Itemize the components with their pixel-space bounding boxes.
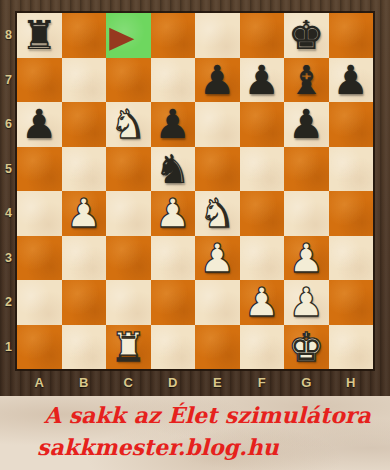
square-b4: ♟ [62,191,107,236]
caption-area: A sakk az Élet szimulátora sakkmester.bl… [0,396,390,470]
square-h4 [329,191,374,236]
square-g6: ♟ [284,102,329,147]
square-c6: ♞ [106,102,151,147]
piece-black-knight-d5: ♞ [155,147,191,191]
square-e2 [195,280,240,325]
file-label-C: C [106,369,151,396]
caption-slogan: A sakk az Élet szimulátora [44,402,390,428]
square-f4 [240,191,285,236]
square-a1 [17,325,62,370]
square-a7 [17,58,62,103]
square-e3: ♟ [195,236,240,281]
square-g2: ♟ [284,280,329,325]
square-b6 [62,102,107,147]
square-d7 [151,58,196,103]
square-e6 [195,102,240,147]
square-h8 [329,13,374,58]
square-f3 [240,236,285,281]
square-f2: ♟ [240,280,285,325]
square-d5: ♞ [151,147,196,192]
square-a4 [17,191,62,236]
square-f1 [240,325,285,370]
rank-label-3: 3 [0,236,17,281]
piece-black-pawn-g6: ♟ [288,102,324,146]
piece-white-knight-e4: ♞ [199,191,235,235]
chess-diagram: ♜♚♟♟♝♟♟♞♟♟♞♟♟♞♟♟♟♟♜♚ 87654321 ABCDEFGH A… [0,0,390,470]
piece-white-pawn-d4: ♟ [155,191,191,235]
square-b3 [62,236,107,281]
square-b1 [62,325,107,370]
square-a8: ♜ [17,13,62,58]
piece-black-bishop-g7: ♝ [288,58,324,102]
square-b7 [62,58,107,103]
file-label-A: A [17,369,62,396]
file-labels: ABCDEFGH [17,369,373,396]
file-label-F: F [240,369,285,396]
piece-white-pawn-g2: ♟ [288,280,324,324]
square-h5 [329,147,374,192]
square-b2 [62,280,107,325]
square-g1: ♚ [284,325,329,370]
rank-label-8: 8 [0,13,17,58]
caption-blog-url: sakkmester.blog.hu [37,434,390,460]
file-label-B: B [62,369,107,396]
rank-label-2: 2 [0,280,17,325]
square-c4 [106,191,151,236]
square-c8 [106,13,151,58]
square-e4: ♞ [195,191,240,236]
square-f6 [240,102,285,147]
square-d2 [151,280,196,325]
square-f7: ♟ [240,58,285,103]
piece-white-pawn-g3: ♟ [288,236,324,280]
piece-black-pawn-h7: ♟ [333,58,369,102]
square-g3: ♟ [284,236,329,281]
file-label-G: G [284,369,329,396]
piece-black-pawn-f7: ♟ [244,58,280,102]
rank-label-1: 1 [0,325,17,370]
piece-white-knight-c6: ♞ [110,102,146,146]
square-b5 [62,147,107,192]
square-a3 [17,236,62,281]
piece-black-pawn-a6: ♟ [21,102,57,146]
piece-white-pawn-e3: ♟ [199,236,235,280]
square-a2 [17,280,62,325]
piece-black-pawn-d6: ♟ [155,102,191,146]
square-h7: ♟ [329,58,374,103]
square-h6 [329,102,374,147]
square-g5 [284,147,329,192]
square-d1 [151,325,196,370]
square-g4 [284,191,329,236]
file-label-D: D [151,369,196,396]
piece-white-king-g1: ♚ [288,325,324,369]
square-e5 [195,147,240,192]
square-c1: ♜ [106,325,151,370]
piece-black-pawn-e7: ♟ [199,58,235,102]
chess-board: ♜♚♟♟♝♟♟♞♟♟♞♟♟♞♟♟♟♟♜♚ [17,13,373,369]
rank-label-5: 5 [0,147,17,192]
square-d4: ♟ [151,191,196,236]
square-g7: ♝ [284,58,329,103]
piece-white-rook-c1: ♜ [110,325,146,369]
square-f5 [240,147,285,192]
square-c3 [106,236,151,281]
square-e1 [195,325,240,370]
piece-white-pawn-f2: ♟ [244,280,280,324]
square-f8 [240,13,285,58]
square-e7: ♟ [195,58,240,103]
square-a5 [17,147,62,192]
rank-label-4: 4 [0,191,17,236]
rank-label-7: 7 [0,58,17,103]
rank-label-6: 6 [0,102,17,147]
square-h2 [329,280,374,325]
file-label-H: H [329,369,374,396]
square-g8: ♚ [284,13,329,58]
file-label-E: E [195,369,240,396]
square-h1 [329,325,374,370]
piece-black-king-g8: ♚ [288,13,324,57]
square-e8 [195,13,240,58]
square-d6: ♟ [151,102,196,147]
square-a6: ♟ [17,102,62,147]
square-h3 [329,236,374,281]
square-c2 [106,280,151,325]
square-c5 [106,147,151,192]
piece-white-pawn-b4: ♟ [66,191,102,235]
square-d8 [151,13,196,58]
square-d3 [151,236,196,281]
square-b8 [62,13,107,58]
piece-black-rook-a8: ♜ [21,13,57,57]
square-c7 [106,58,151,103]
